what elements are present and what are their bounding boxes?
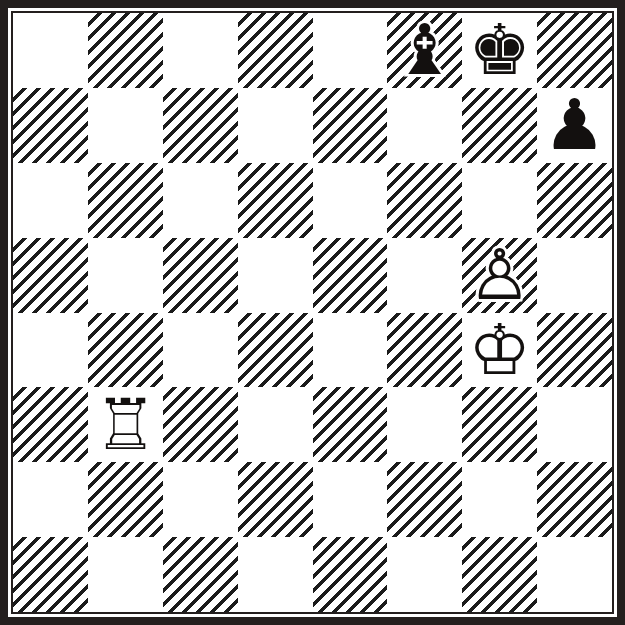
- square-c5[interactable]: [163, 238, 238, 313]
- square-c6[interactable]: [163, 163, 238, 238]
- square-f4[interactable]: [387, 313, 462, 388]
- square-c8[interactable]: [163, 13, 238, 88]
- square-b4[interactable]: [88, 313, 163, 388]
- square-d5[interactable]: [238, 238, 313, 313]
- chess-diagram: ♝♝♚♚♟♟♟♙♚♔♜♖: [0, 0, 625, 625]
- black-king-glyph: ♚: [462, 13, 537, 87]
- black-bishop-glyph: ♝: [387, 13, 462, 87]
- square-f5[interactable]: [387, 238, 462, 313]
- square-h7[interactable]: ♟♟: [537, 88, 612, 163]
- square-d6[interactable]: [238, 163, 313, 238]
- square-d2[interactable]: [238, 462, 313, 537]
- square-h5[interactable]: [537, 238, 612, 313]
- square-a6[interactable]: [13, 163, 88, 238]
- square-f3[interactable]: [387, 387, 462, 462]
- square-h6[interactable]: [537, 163, 612, 238]
- square-g7[interactable]: [462, 88, 537, 163]
- square-g8[interactable]: ♚♚: [462, 13, 537, 88]
- square-a3[interactable]: [13, 387, 88, 462]
- square-b1[interactable]: [88, 537, 163, 612]
- white-pawn[interactable]: ♟♙: [462, 238, 537, 313]
- square-e3[interactable]: [313, 387, 388, 462]
- square-e8[interactable]: [313, 13, 388, 88]
- square-b6[interactable]: [88, 163, 163, 238]
- square-h8[interactable]: [537, 13, 612, 88]
- square-f2[interactable]: [387, 462, 462, 537]
- square-e2[interactable]: [313, 462, 388, 537]
- square-b2[interactable]: [88, 462, 163, 537]
- square-e6[interactable]: [313, 163, 388, 238]
- black-king[interactable]: ♚♚: [462, 13, 537, 88]
- square-g1[interactable]: [462, 537, 537, 612]
- white-king[interactable]: ♚♔: [462, 313, 537, 388]
- square-f8[interactable]: ♝♝: [387, 13, 462, 88]
- square-d4[interactable]: [238, 313, 313, 388]
- square-c3[interactable]: [163, 387, 238, 462]
- square-g6[interactable]: [462, 163, 537, 238]
- square-a7[interactable]: [13, 88, 88, 163]
- square-a5[interactable]: [13, 238, 88, 313]
- square-d1[interactable]: [238, 537, 313, 612]
- square-c2[interactable]: [163, 462, 238, 537]
- square-b3[interactable]: ♜♖: [88, 387, 163, 462]
- square-g4[interactable]: ♚♔: [462, 313, 537, 388]
- square-h2[interactable]: [537, 462, 612, 537]
- square-f6[interactable]: [387, 163, 462, 238]
- square-e7[interactable]: [313, 88, 388, 163]
- square-g3[interactable]: [462, 387, 537, 462]
- chess-board: ♝♝♚♚♟♟♟♙♚♔♜♖: [13, 13, 612, 612]
- square-a4[interactable]: [13, 313, 88, 388]
- square-f7[interactable]: [387, 88, 462, 163]
- square-d8[interactable]: [238, 13, 313, 88]
- square-e1[interactable]: [313, 537, 388, 612]
- white-rook-glyph: ♖: [88, 388, 163, 462]
- square-a2[interactable]: [13, 462, 88, 537]
- square-b7[interactable]: [88, 88, 163, 163]
- square-d7[interactable]: [238, 88, 313, 163]
- square-f1[interactable]: [387, 537, 462, 612]
- black-pawn[interactable]: ♟♟: [537, 88, 612, 163]
- square-g2[interactable]: [462, 462, 537, 537]
- black-pawn-glyph: ♟: [537, 88, 612, 162]
- white-rook[interactable]: ♜♖: [88, 387, 163, 462]
- square-e5[interactable]: [313, 238, 388, 313]
- square-a8[interactable]: [13, 13, 88, 88]
- black-bishop[interactable]: ♝♝: [387, 13, 462, 88]
- square-h4[interactable]: [537, 313, 612, 388]
- square-h3[interactable]: [537, 387, 612, 462]
- white-king-glyph: ♔: [462, 313, 537, 387]
- square-b5[interactable]: [88, 238, 163, 313]
- square-d3[interactable]: [238, 387, 313, 462]
- square-c7[interactable]: [163, 88, 238, 163]
- square-g5[interactable]: ♟♙: [462, 238, 537, 313]
- square-e4[interactable]: [313, 313, 388, 388]
- board-frame-outer: ♝♝♚♚♟♟♟♙♚♔♜♖: [0, 0, 625, 625]
- white-pawn-glyph: ♙: [462, 238, 537, 312]
- board-frame-inner: ♝♝♚♚♟♟♟♙♚♔♜♖: [11, 11, 614, 614]
- square-a1[interactable]: [13, 537, 88, 612]
- square-c1[interactable]: [163, 537, 238, 612]
- square-b8[interactable]: [88, 13, 163, 88]
- square-h1[interactable]: [537, 537, 612, 612]
- square-c4[interactable]: [163, 313, 238, 388]
